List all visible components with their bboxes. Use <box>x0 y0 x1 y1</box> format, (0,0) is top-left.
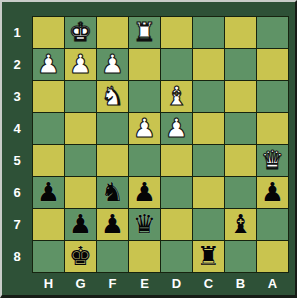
square-f3[interactable]: ♞ <box>97 81 128 112</box>
square-e2[interactable] <box>129 49 160 80</box>
square-a5[interactable]: ♛ <box>257 145 288 176</box>
square-e3[interactable] <box>129 81 160 112</box>
piece-black-pawn[interactable]: ♟ <box>69 209 92 240</box>
piece-black-knight[interactable]: ♞ <box>101 177 124 208</box>
square-d6[interactable] <box>161 177 192 208</box>
square-c5[interactable] <box>193 145 224 176</box>
rank-label-3: 3 <box>2 81 32 112</box>
square-f2[interactable]: ♟ <box>97 49 128 80</box>
square-f8[interactable] <box>97 241 128 272</box>
square-g4[interactable] <box>65 113 96 144</box>
file-label-e: E <box>129 273 160 294</box>
rank-labels: 12345678 <box>2 16 32 273</box>
square-a4[interactable] <box>257 113 288 144</box>
square-b8[interactable] <box>225 241 256 272</box>
square-f4[interactable] <box>97 113 128 144</box>
file-label-g: G <box>65 273 96 294</box>
piece-white-pawn[interactable]: ♟ <box>133 113 156 144</box>
square-h4[interactable] <box>33 113 64 144</box>
square-g5[interactable] <box>65 145 96 176</box>
piece-white-pawn[interactable]: ♟ <box>69 49 92 80</box>
square-b4[interactable] <box>225 113 256 144</box>
square-c8[interactable]: ♜ <box>193 241 224 272</box>
square-c4[interactable] <box>193 113 224 144</box>
file-label-a: A <box>257 273 288 294</box>
square-e8[interactable] <box>129 241 160 272</box>
square-b2[interactable] <box>225 49 256 80</box>
piece-black-pawn[interactable]: ♟ <box>37 177 60 208</box>
square-a8[interactable] <box>257 241 288 272</box>
piece-black-queen[interactable]: ♛ <box>133 209 156 240</box>
square-g3[interactable] <box>65 81 96 112</box>
square-d7[interactable] <box>161 209 192 240</box>
square-e6[interactable]: ♟ <box>129 177 160 208</box>
square-h3[interactable] <box>33 81 64 112</box>
square-h5[interactable] <box>33 145 64 176</box>
square-c6[interactable] <box>193 177 224 208</box>
square-h2[interactable]: ♟ <box>33 49 64 80</box>
chess-board: ♚♜♟♟♟♞♝♟♟♛♟♞♟♟♟♟♛♝♚♜ <box>32 16 289 273</box>
file-label-c: C <box>193 273 224 294</box>
square-a1[interactable] <box>257 17 288 48</box>
square-d2[interactable] <box>161 49 192 80</box>
square-e7[interactable]: ♛ <box>129 209 160 240</box>
piece-white-king[interactable]: ♚ <box>69 17 92 48</box>
square-b3[interactable] <box>225 81 256 112</box>
square-d8[interactable] <box>161 241 192 272</box>
square-e1[interactable]: ♜ <box>129 17 160 48</box>
square-e5[interactable] <box>129 145 160 176</box>
square-d5[interactable] <box>161 145 192 176</box>
square-f6[interactable]: ♞ <box>97 177 128 208</box>
square-a7[interactable] <box>257 209 288 240</box>
square-b7[interactable]: ♝ <box>225 209 256 240</box>
file-label-f: F <box>97 273 128 294</box>
square-f1[interactable] <box>97 17 128 48</box>
square-d4[interactable]: ♟ <box>161 113 192 144</box>
piece-black-pawn[interactable]: ♟ <box>261 177 284 208</box>
rank-label-7: 7 <box>2 209 32 240</box>
square-b6[interactable] <box>225 177 256 208</box>
square-g6[interactable] <box>65 177 96 208</box>
piece-black-bishop[interactable]: ♝ <box>229 209 252 240</box>
piece-white-pawn[interactable]: ♟ <box>101 49 124 80</box>
square-g1[interactable]: ♚ <box>65 17 96 48</box>
piece-black-pawn[interactable]: ♟ <box>133 177 156 208</box>
piece-black-rook[interactable]: ♜ <box>197 241 220 272</box>
file-label-b: B <box>225 273 256 294</box>
square-h6[interactable]: ♟ <box>33 177 64 208</box>
file-label-h: H <box>33 273 64 294</box>
square-a2[interactable] <box>257 49 288 80</box>
square-f5[interactable] <box>97 145 128 176</box>
square-b5[interactable] <box>225 145 256 176</box>
square-d1[interactable] <box>161 17 192 48</box>
piece-white-knight[interactable]: ♞ <box>101 81 124 112</box>
rank-label-6: 6 <box>2 177 32 208</box>
square-g8[interactable]: ♚ <box>65 241 96 272</box>
square-h8[interactable] <box>33 241 64 272</box>
rank-label-2: 2 <box>2 49 32 80</box>
piece-black-king[interactable]: ♚ <box>69 241 92 272</box>
square-d3[interactable]: ♝ <box>161 81 192 112</box>
piece-white-pawn[interactable]: ♟ <box>37 49 60 80</box>
square-h1[interactable] <box>33 17 64 48</box>
piece-white-rook[interactable]: ♜ <box>133 17 156 48</box>
piece-black-pawn[interactable]: ♟ <box>101 209 124 240</box>
square-a3[interactable] <box>257 81 288 112</box>
rank-label-1: 1 <box>2 17 32 48</box>
square-h7[interactable] <box>33 209 64 240</box>
square-b1[interactable] <box>225 17 256 48</box>
rank-label-4: 4 <box>2 113 32 144</box>
square-f7[interactable]: ♟ <box>97 209 128 240</box>
square-a6[interactable]: ♟ <box>257 177 288 208</box>
piece-white-pawn[interactable]: ♟ <box>165 113 188 144</box>
square-c7[interactable] <box>193 209 224 240</box>
square-g2[interactable]: ♟ <box>65 49 96 80</box>
file-labels: HGFEDCBA <box>33 273 295 294</box>
rank-label-8: 8 <box>2 241 32 272</box>
square-g7[interactable]: ♟ <box>65 209 96 240</box>
square-e4[interactable]: ♟ <box>129 113 160 144</box>
piece-white-queen[interactable]: ♛ <box>261 145 284 176</box>
file-label-d: D <box>161 273 192 294</box>
square-c1[interactable] <box>193 17 224 48</box>
square-c2[interactable] <box>193 49 224 80</box>
square-c3[interactable] <box>193 81 224 112</box>
piece-white-bishop[interactable]: ♝ <box>165 81 188 112</box>
chess-board-frame: 12345678 ♚♜♟♟♟♞♝♟♟♛♟♞♟♟♟♟♛♝♚♜ HGFEDCBA <box>0 0 297 298</box>
rank-label-5: 5 <box>2 145 32 176</box>
